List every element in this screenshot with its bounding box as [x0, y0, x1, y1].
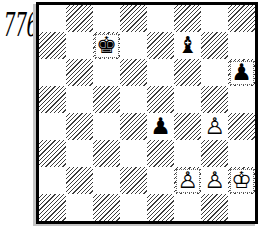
square-e6[interactable] — [147, 59, 174, 86]
black-bishop: ♝ — [177, 34, 198, 57]
square-b7[interactable] — [66, 32, 93, 59]
white-king: ♔ — [231, 169, 252, 192]
square-f6[interactable] — [174, 59, 201, 86]
square-h2[interactable]: ♔ — [228, 167, 255, 194]
square-g6[interactable] — [201, 59, 228, 86]
square-a4[interactable] — [39, 113, 66, 140]
square-c2[interactable] — [93, 167, 120, 194]
dark-square-cutout: ♔ — [230, 169, 254, 193]
square-d5[interactable] — [120, 86, 147, 113]
diagram-number: 776 — [2, 8, 37, 41]
square-d6[interactable] — [120, 59, 147, 86]
square-g2[interactable]: ♙ — [201, 167, 228, 194]
square-g5[interactable] — [201, 86, 228, 113]
square-f2[interactable]: ♙ — [174, 167, 201, 194]
square-c5[interactable] — [93, 86, 120, 113]
square-g1[interactable] — [201, 194, 228, 221]
square-f3[interactable] — [174, 140, 201, 167]
square-a1[interactable] — [39, 194, 66, 221]
square-h5[interactable] — [228, 86, 255, 113]
square-h4[interactable] — [228, 113, 255, 140]
square-e8[interactable] — [147, 5, 174, 32]
square-g7[interactable] — [201, 32, 228, 59]
square-c6[interactable] — [93, 59, 120, 86]
square-f5[interactable] — [174, 86, 201, 113]
square-b5[interactable] — [66, 86, 93, 113]
square-e1[interactable] — [147, 194, 174, 221]
square-d7[interactable] — [120, 32, 147, 59]
white-pawn: ♙ — [204, 169, 225, 192]
white-pawn: ♙ — [204, 115, 225, 138]
square-g8[interactable] — [201, 5, 228, 32]
square-e5[interactable] — [147, 86, 174, 113]
square-h8[interactable] — [228, 5, 255, 32]
square-g4[interactable]: ♙ — [201, 113, 228, 140]
black-king: ♚ — [96, 34, 117, 57]
square-h7[interactable] — [228, 32, 255, 59]
square-c8[interactable] — [93, 5, 120, 32]
square-b4[interactable] — [66, 113, 93, 140]
square-d2[interactable] — [120, 167, 147, 194]
square-f4[interactable] — [174, 113, 201, 140]
square-d3[interactable] — [120, 140, 147, 167]
square-d1[interactable] — [120, 194, 147, 221]
square-c3[interactable] — [93, 140, 120, 167]
square-f7[interactable]: ♝ — [174, 32, 201, 59]
square-h1[interactable] — [228, 194, 255, 221]
square-b1[interactable] — [66, 194, 93, 221]
square-a8[interactable] — [39, 5, 66, 32]
square-b2[interactable] — [66, 167, 93, 194]
square-b3[interactable] — [66, 140, 93, 167]
square-a5[interactable] — [39, 86, 66, 113]
chess-board: ♚♝♟♟♙♙♙♔ — [36, 2, 258, 224]
square-a6[interactable] — [39, 59, 66, 86]
dark-square-cutout: ♟ — [230, 61, 254, 85]
dark-square-cutout: ♚ — [95, 34, 119, 58]
square-e7[interactable] — [147, 32, 174, 59]
dark-square-cutout: ♙ — [176, 169, 200, 193]
square-f1[interactable] — [174, 194, 201, 221]
black-pawn: ♟ — [150, 115, 171, 138]
black-pawn: ♟ — [231, 61, 252, 84]
square-f8[interactable] — [174, 5, 201, 32]
square-b6[interactable] — [66, 59, 93, 86]
white-pawn: ♙ — [177, 169, 198, 192]
square-e2[interactable] — [147, 167, 174, 194]
square-e3[interactable] — [147, 140, 174, 167]
square-b8[interactable] — [66, 5, 93, 32]
square-a3[interactable] — [39, 140, 66, 167]
square-c4[interactable] — [93, 113, 120, 140]
square-e4[interactable]: ♟ — [147, 113, 174, 140]
square-h6[interactable]: ♟ — [228, 59, 255, 86]
square-g3[interactable] — [201, 140, 228, 167]
square-a2[interactable] — [39, 167, 66, 194]
square-a7[interactable] — [39, 32, 66, 59]
square-d8[interactable] — [120, 5, 147, 32]
square-h3[interactable] — [228, 140, 255, 167]
square-c1[interactable] — [93, 194, 120, 221]
square-d4[interactable] — [120, 113, 147, 140]
square-c7[interactable]: ♚ — [93, 32, 120, 59]
